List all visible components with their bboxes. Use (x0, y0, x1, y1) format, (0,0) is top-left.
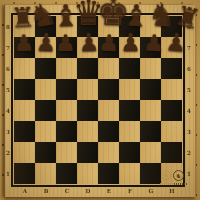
rank-label-right-6: 6 (187, 66, 191, 72)
square-c1[interactable] (56, 163, 77, 184)
maker-stamp: ♞ ♞ (159, 169, 189, 187)
square-f3[interactable] (119, 121, 140, 142)
stamp-text-line (160, 183, 173, 185)
square-h5[interactable] (161, 79, 182, 100)
rank-label-left-5: 5 (6, 87, 10, 93)
square-d5[interactable] (77, 79, 98, 100)
file-label-g: G (148, 188, 153, 194)
stamp-text-line (174, 183, 187, 185)
piece-black-bishop-f8[interactable]: ♝ (121, 0, 149, 31)
square-a1[interactable] (14, 163, 35, 184)
square-c2[interactable] (56, 142, 77, 163)
square-f1[interactable] (119, 163, 140, 184)
rank-label-left-3: 3 (6, 129, 10, 135)
piece-black-pawn-c7[interactable]: ♟ (55, 32, 76, 55)
square-c4[interactable] (56, 100, 77, 121)
rank-label-right-7: 7 (187, 45, 191, 51)
square-a5[interactable] (14, 79, 35, 100)
square-g1[interactable] (140, 163, 161, 184)
piece-black-pawn-e7[interactable]: ♟ (98, 32, 119, 56)
square-e4[interactable] (98, 100, 119, 121)
square-d3[interactable] (77, 121, 98, 142)
square-e6[interactable] (98, 58, 119, 79)
square-h3[interactable] (161, 121, 182, 142)
square-d1[interactable] (77, 163, 98, 184)
square-f2[interactable] (119, 142, 140, 163)
square-d2[interactable] (77, 142, 98, 163)
rank-label-right-5: 5 (187, 87, 191, 93)
square-e5[interactable] (98, 79, 119, 100)
rank-label-left-6: 6 (6, 66, 10, 72)
square-g2[interactable] (140, 142, 161, 163)
rank-label-left-4: 4 (6, 108, 10, 114)
rank-label-right-1: 1 (187, 171, 191, 177)
rank-label-left-7: 7 (6, 45, 10, 51)
square-f4[interactable] (119, 100, 140, 121)
knight-emblem-icon: ♞ (161, 170, 171, 180)
square-g5[interactable] (140, 79, 161, 100)
square-h2[interactable] (161, 142, 182, 163)
square-b1[interactable] (35, 163, 56, 184)
square-c5[interactable] (56, 79, 77, 100)
square-d4[interactable] (77, 100, 98, 121)
square-b4[interactable] (35, 100, 56, 121)
piece-black-pawn-f7[interactable]: ♟ (120, 32, 141, 55)
knight-emblem-icon: ♞ (173, 170, 184, 181)
rank-label-left-1: 1 (6, 171, 10, 177)
square-a2[interactable] (14, 142, 35, 163)
square-a4[interactable] (14, 100, 35, 121)
square-c6[interactable] (56, 58, 77, 79)
file-label-d: D (85, 188, 90, 194)
square-b5[interactable] (35, 79, 56, 100)
pegboard-wall: ♞ ♞ ABCDEFGH1122334455667788 ♜♞♝♛♚♝♞♜♟♟♟… (0, 0, 200, 200)
file-label-f: F (128, 188, 132, 194)
rank-label-right-3: 3 (187, 129, 191, 135)
square-a3[interactable] (14, 121, 35, 142)
square-h6[interactable] (161, 58, 182, 79)
square-c3[interactable] (56, 121, 77, 142)
file-label-b: B (43, 188, 48, 194)
file-label-c: C (64, 188, 68, 194)
square-a6[interactable] (14, 58, 35, 79)
square-g4[interactable] (140, 100, 161, 121)
square-b2[interactable] (35, 142, 56, 163)
rank-label-left-8: 8 (6, 24, 10, 30)
square-d6[interactable] (77, 58, 98, 79)
square-b3[interactable] (35, 121, 56, 142)
square-g6[interactable] (140, 58, 161, 79)
piece-black-pawn-b7[interactable]: ♟ (35, 32, 56, 56)
piece-black-pawn-g7[interactable]: ♟ (143, 31, 165, 55)
file-label-e: E (106, 188, 110, 194)
rank-label-right-4: 4 (187, 108, 191, 114)
rank-label-right-2: 2 (187, 150, 191, 156)
square-f6[interactable] (119, 58, 140, 79)
square-h4[interactable] (161, 100, 182, 121)
piece-black-pawn-h7[interactable]: ♟ (164, 31, 187, 56)
square-g3[interactable] (140, 121, 161, 142)
rank-label-left-2: 2 (6, 150, 10, 156)
file-label-a: A (22, 188, 26, 194)
square-e2[interactable] (98, 142, 119, 163)
square-f5[interactable] (119, 79, 140, 100)
square-e1[interactable] (98, 163, 119, 184)
square-e3[interactable] (98, 121, 119, 142)
file-label-h: H (169, 188, 174, 194)
piece-black-pawn-a7[interactable]: ♟ (13, 32, 34, 56)
piece-black-pawn-d7[interactable]: ♟ (78, 32, 99, 56)
square-b6[interactable] (35, 58, 56, 79)
